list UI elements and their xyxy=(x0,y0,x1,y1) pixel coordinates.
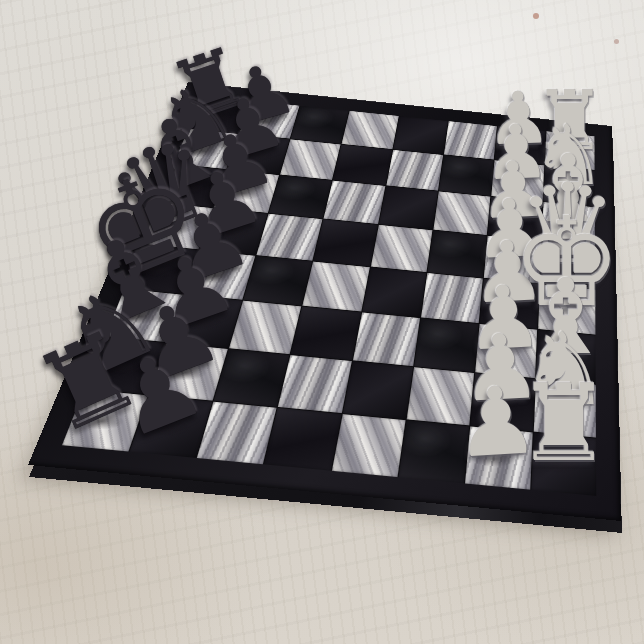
board-square xyxy=(257,214,323,260)
board-square xyxy=(427,231,486,278)
board-square xyxy=(484,236,541,283)
board-square xyxy=(303,261,370,311)
chess-board xyxy=(28,82,621,521)
board-square xyxy=(214,170,279,213)
board-square xyxy=(280,139,341,180)
board-square xyxy=(444,121,497,160)
board-square xyxy=(393,116,448,154)
board-square xyxy=(543,165,594,206)
board-square xyxy=(342,111,398,149)
board-square xyxy=(370,225,432,272)
board-square xyxy=(331,414,405,477)
board-square xyxy=(538,284,595,335)
board-square xyxy=(342,361,412,419)
surface-speck xyxy=(614,39,619,44)
board-square xyxy=(487,197,542,241)
board-square xyxy=(314,220,378,267)
board-square xyxy=(531,432,596,496)
board-square xyxy=(433,191,490,235)
board-square xyxy=(362,267,426,317)
board-square xyxy=(244,256,313,306)
board-square xyxy=(386,150,443,191)
board-square xyxy=(269,175,332,218)
board-square xyxy=(229,300,301,354)
photo-background: ♜♟♟♜♞♟♟♞♝♟♟♝♛♟♟♛♚♟♟♚♝♟♟♝♞♟♟♞♜♟♟♜ xyxy=(0,0,644,644)
board-square xyxy=(291,306,361,360)
board-square xyxy=(545,131,595,170)
board-square xyxy=(353,312,420,366)
board-square xyxy=(240,101,300,139)
board-grid xyxy=(62,96,596,496)
board-square xyxy=(421,273,483,323)
board-square xyxy=(465,426,533,489)
board-square xyxy=(439,155,494,196)
board-square xyxy=(333,145,392,186)
board-square xyxy=(414,318,479,372)
board-square xyxy=(491,160,544,201)
board-square xyxy=(398,420,469,483)
board-square xyxy=(536,329,596,383)
board-square xyxy=(542,202,595,246)
board-square xyxy=(264,408,341,471)
board-square xyxy=(214,349,290,407)
board-square xyxy=(494,126,545,165)
board-square xyxy=(291,106,349,144)
board-square xyxy=(540,242,595,289)
surface-speck xyxy=(533,13,539,19)
board-square xyxy=(534,379,596,438)
board-square xyxy=(378,186,437,230)
board-square xyxy=(278,355,351,413)
board-square xyxy=(475,324,537,378)
board-square xyxy=(227,134,290,175)
board-square xyxy=(470,373,535,431)
board-square xyxy=(406,367,474,425)
board-square xyxy=(324,181,385,225)
board-square xyxy=(479,278,539,328)
